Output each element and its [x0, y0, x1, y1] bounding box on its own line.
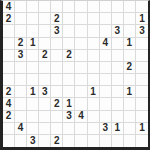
cell-r9c6-clue-1[interactable]: 1: [63, 98, 75, 110]
cell-r3c3[interactable]: [27, 25, 39, 37]
cell-r5c6-clue-2[interactable]: 2: [63, 50, 75, 62]
cell-r1c2[interactable]: [15, 1, 27, 13]
cell-r6c5[interactable]: [51, 62, 63, 74]
cell-r12c7[interactable]: [75, 135, 87, 147]
cell-r2c8[interactable]: [88, 13, 100, 25]
cell-r6c11-clue-2[interactable]: 2: [124, 62, 136, 74]
cell-r7c8[interactable]: [88, 74, 100, 86]
cell-r4c7[interactable]: [75, 38, 87, 50]
cell-r8c4-clue-3[interactable]: 3: [39, 86, 51, 98]
cell-r8c2[interactable]: [15, 86, 27, 98]
cell-r8c9[interactable]: [100, 86, 112, 98]
cell-r10c3[interactable]: [27, 111, 39, 123]
cell-r4c3-clue-1[interactable]: 1: [27, 38, 39, 50]
cell-r11c3[interactable]: [27, 123, 39, 135]
cell-r9c12[interactable]: [136, 98, 148, 110]
cell-r3c2[interactable]: [15, 25, 27, 37]
cell-r9c3[interactable]: [27, 98, 39, 110]
cell-r3c12-clue-3[interactable]: 3: [136, 25, 148, 37]
cell-r6c12[interactable]: [136, 62, 148, 74]
cell-r8c8-clue-1[interactable]: 1: [88, 86, 100, 98]
cell-r5c5[interactable]: [51, 50, 63, 62]
cell-r8c10[interactable]: [112, 86, 124, 98]
cell-r11c5[interactable]: [51, 123, 63, 135]
cell-r8c5[interactable]: [51, 86, 63, 98]
cell-r3c4[interactable]: [39, 25, 51, 37]
cell-r5c9[interactable]: [100, 50, 112, 62]
cell-r7c12[interactable]: [136, 74, 148, 86]
cell-r3c1[interactable]: [3, 25, 15, 37]
cell-r5c3[interactable]: [27, 50, 39, 62]
cell-r10c8[interactable]: [88, 111, 100, 123]
cell-r9c4[interactable]: [39, 98, 51, 110]
cell-r4c4[interactable]: [39, 38, 51, 50]
cell-r1c12[interactable]: [136, 1, 148, 13]
cell-r4c6[interactable]: [63, 38, 75, 50]
cell-r12c1[interactable]: [3, 135, 15, 147]
cell-r3c8[interactable]: [88, 25, 100, 37]
cell-r9c9[interactable]: [100, 98, 112, 110]
cell-r2c6[interactable]: [63, 13, 75, 25]
cell-r7c4[interactable]: [39, 74, 51, 86]
cell-r7c9[interactable]: [100, 74, 112, 86]
cell-r1c8[interactable]: [88, 1, 100, 13]
cell-r4c12[interactable]: [136, 38, 148, 50]
cell-r9c2[interactable]: [15, 98, 27, 110]
cell-r2c7[interactable]: [75, 13, 87, 25]
cell-r10c10[interactable]: [112, 111, 124, 123]
cell-r8c11-clue-1[interactable]: 1: [124, 86, 136, 98]
cell-r3c9[interactable]: [100, 25, 112, 37]
cell-r4c1[interactable]: [3, 38, 15, 50]
cell-r9c7[interactable]: [75, 98, 87, 110]
cell-r10c11[interactable]: [124, 111, 136, 123]
cell-r2c11[interactable]: [124, 13, 136, 25]
cell-r12c4[interactable]: [39, 135, 51, 147]
cell-r2c9[interactable]: [100, 13, 112, 25]
cell-r10c7-clue-4[interactable]: 4: [75, 111, 87, 123]
cell-r6c4[interactable]: [39, 62, 51, 74]
cell-r8c1-clue-2[interactable]: 2: [3, 86, 15, 98]
cell-r4c11-clue-1[interactable]: 1: [124, 38, 136, 50]
cell-r4c9-clue-4[interactable]: 4: [100, 38, 112, 50]
cell-r2c4[interactable]: [39, 13, 51, 25]
cell-r1c1-clue-4[interactable]: 4: [3, 1, 15, 13]
cell-r1c7[interactable]: [75, 1, 87, 13]
cell-r11c11[interactable]: [124, 123, 136, 135]
cell-r3c6[interactable]: [63, 25, 75, 37]
cell-r2c10[interactable]: [112, 13, 124, 25]
cell-r2c3[interactable]: [27, 13, 39, 25]
cell-r6c10[interactable]: [112, 62, 124, 74]
cell-r9c1-clue-4[interactable]: 4: [3, 98, 15, 110]
cell-r7c7[interactable]: [75, 74, 87, 86]
cell-r2c1-clue-2[interactable]: 2: [3, 13, 15, 25]
cell-r3c5-clue-3[interactable]: 3: [51, 25, 63, 37]
cell-r2c5-clue-2[interactable]: 2: [51, 13, 63, 25]
cell-r11c1[interactable]: [3, 123, 15, 135]
cell-r7c6[interactable]: [63, 74, 75, 86]
cell-r6c3[interactable]: [27, 62, 39, 74]
cell-r4c10[interactable]: [112, 38, 124, 50]
cell-r9c10[interactable]: [112, 98, 124, 110]
cell-r7c5[interactable]: [51, 74, 63, 86]
cell-r12c5-clue-2[interactable]: 2: [51, 135, 63, 147]
cell-r8c7[interactable]: [75, 86, 87, 98]
cell-r11c6[interactable]: [63, 123, 75, 135]
cell-r6c2[interactable]: [15, 62, 27, 74]
cell-r10c4[interactable]: [39, 111, 51, 123]
cell-r8c12[interactable]: [136, 86, 148, 98]
cell-r1c10[interactable]: [112, 1, 124, 13]
cell-r11c2-clue-4[interactable]: 4: [15, 123, 27, 135]
cell-r10c9[interactable]: [100, 111, 112, 123]
cell-r12c6[interactable]: [63, 135, 75, 147]
puzzle-board[interactable]: 42213332141322221311421234431132: [0, 0, 150, 150]
cell-r11c8[interactable]: [88, 123, 100, 135]
cell-r12c10[interactable]: [112, 135, 124, 147]
cell-r10c2[interactable]: [15, 111, 27, 123]
cell-r6c7[interactable]: [75, 62, 87, 74]
cell-r1c6[interactable]: [63, 1, 75, 13]
cell-r10c12[interactable]: [136, 111, 148, 123]
cell-r1c4[interactable]: [39, 1, 51, 13]
cell-r4c5[interactable]: [51, 38, 63, 50]
cell-r3c11[interactable]: [124, 25, 136, 37]
cell-r2c12-clue-1[interactable]: 1: [136, 13, 148, 25]
cell-r5c1[interactable]: [3, 50, 15, 62]
cell-r5c8[interactable]: [88, 50, 100, 62]
cell-r6c9[interactable]: [100, 62, 112, 74]
cell-r12c2[interactable]: [15, 135, 27, 147]
cell-r12c12[interactable]: [136, 135, 148, 147]
cell-r11c4[interactable]: [39, 123, 51, 135]
cell-r1c9[interactable]: [100, 1, 112, 13]
cell-r5c11[interactable]: [124, 50, 136, 62]
cell-r5c4-clue-2[interactable]: 2: [39, 50, 51, 62]
cell-r7c3[interactable]: [27, 74, 39, 86]
cell-r9c8[interactable]: [88, 98, 100, 110]
cell-r4c8[interactable]: [88, 38, 100, 50]
cell-r11c12-clue-1[interactable]: 1: [136, 123, 148, 135]
cell-r8c3-clue-1[interactable]: 1: [27, 86, 39, 98]
cell-r1c5[interactable]: [51, 1, 63, 13]
cell-r11c7[interactable]: [75, 123, 87, 135]
cell-r11c10-clue-1[interactable]: 1: [112, 123, 124, 135]
cell-r7c10[interactable]: [112, 74, 124, 86]
cell-r11c9-clue-3[interactable]: 3: [100, 123, 112, 135]
cell-r9c5-clue-2[interactable]: 2: [51, 98, 63, 110]
cell-r5c7[interactable]: [75, 50, 87, 62]
cell-r4c2-clue-2[interactable]: 2: [15, 38, 27, 50]
cell-r6c6[interactable]: [63, 62, 75, 74]
cell-r5c10[interactable]: [112, 50, 124, 62]
cell-r2c2[interactable]: [15, 13, 27, 25]
cell-r7c11[interactable]: [124, 74, 136, 86]
cell-r6c8[interactable]: [88, 62, 100, 74]
cell-r12c9[interactable]: [100, 135, 112, 147]
cell-r5c2-clue-3[interactable]: 3: [15, 50, 27, 62]
cell-r6c1[interactable]: [3, 62, 15, 74]
cell-r3c7[interactable]: [75, 25, 87, 37]
cell-r3c10-clue-3[interactable]: 3: [112, 25, 124, 37]
cell-r9c11[interactable]: [124, 98, 136, 110]
cell-r8c6[interactable]: [63, 86, 75, 98]
cell-r12c8[interactable]: [88, 135, 100, 147]
cell-r7c1[interactable]: [3, 74, 15, 86]
cell-r12c3-clue-3[interactable]: 3: [27, 135, 39, 147]
cell-r10c5[interactable]: [51, 111, 63, 123]
cell-r12c11[interactable]: [124, 135, 136, 147]
cell-r1c3[interactable]: [27, 1, 39, 13]
cell-r7c2[interactable]: [15, 74, 27, 86]
cell-r10c6-clue-3[interactable]: 3: [63, 111, 75, 123]
cell-r1c11[interactable]: [124, 1, 136, 13]
cell-r5c12[interactable]: [136, 50, 148, 62]
cell-r10c1-clue-2[interactable]: 2: [3, 111, 15, 123]
